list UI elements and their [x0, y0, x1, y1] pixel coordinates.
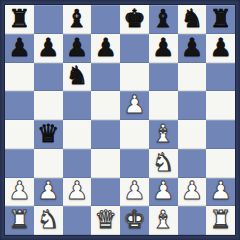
square-d8[interactable] [91, 5, 120, 34]
piece-black-knight: ♞ [181, 6, 203, 31]
square-f3[interactable]: ♞ [149, 149, 178, 178]
piece-white-pawn: ♟ [123, 92, 145, 117]
piece-white-knight: ♞ [152, 150, 174, 175]
square-b5[interactable] [34, 91, 63, 120]
square-g2[interactable]: ♟ [178, 178, 207, 207]
square-g8[interactable]: ♞ [178, 5, 207, 34]
square-d5[interactable] [91, 91, 120, 120]
square-c4[interactable] [63, 120, 92, 149]
square-b8[interactable] [34, 5, 63, 34]
square-d1[interactable]: ♛ [91, 206, 120, 235]
square-h7[interactable]: ♟ [206, 34, 235, 63]
square-d7[interactable]: ♟ [91, 34, 120, 63]
piece-white-pawn: ♟ [181, 178, 203, 203]
square-e8[interactable]: ♚ [120, 5, 149, 34]
piece-black-pawn: ♟ [37, 35, 59, 60]
square-d4[interactable] [91, 120, 120, 149]
square-f4[interactable]: ♝ [149, 120, 178, 149]
piece-white-bishop: ♝ [152, 121, 174, 146]
square-a5[interactable] [5, 91, 34, 120]
piece-white-pawn: ♟ [209, 178, 231, 203]
square-a7[interactable]: ♟ [5, 34, 34, 63]
square-c2[interactable]: ♟ [63, 178, 92, 207]
square-b4[interactable]: ♛ [34, 120, 63, 149]
piece-white-pawn: ♟ [8, 178, 30, 203]
piece-black-king: ♚ [123, 6, 145, 31]
square-f2[interactable]: ♟ [149, 178, 178, 207]
piece-black-bishop: ♝ [152, 6, 174, 31]
piece-black-bishop: ♝ [66, 6, 88, 31]
square-f1[interactable]: ♝ [149, 206, 178, 235]
square-e2[interactable]: ♟ [120, 178, 149, 207]
square-a3[interactable] [5, 149, 34, 178]
square-d6[interactable] [91, 63, 120, 92]
square-e3[interactable] [120, 149, 149, 178]
piece-white-rook: ♜ [8, 207, 30, 232]
board-frame: ♜♝♚♝♞♜♟♟♟♟♟♟♟♞♟♛♝♞♟♟♟♟♟♟♟♜♞♛♚♝♜ [0, 0, 240, 240]
square-b1[interactable]: ♞ [34, 206, 63, 235]
square-c5[interactable] [63, 91, 92, 120]
piece-black-pawn: ♟ [8, 35, 30, 60]
square-f5[interactable] [149, 91, 178, 120]
square-g4[interactable] [178, 120, 207, 149]
square-h8[interactable]: ♜ [206, 5, 235, 34]
square-c8[interactable]: ♝ [63, 5, 92, 34]
square-e4[interactable] [120, 120, 149, 149]
piece-black-pawn: ♟ [94, 35, 116, 60]
piece-black-pawn: ♟ [152, 35, 174, 60]
square-g1[interactable] [178, 206, 207, 235]
square-h4[interactable] [206, 120, 235, 149]
piece-black-rook: ♜ [209, 6, 231, 31]
square-h5[interactable] [206, 91, 235, 120]
square-h3[interactable] [206, 149, 235, 178]
chess-board: ♜♝♚♝♞♜♟♟♟♟♟♟♟♞♟♛♝♞♟♟♟♟♟♟♟♜♞♛♚♝♜ [5, 5, 235, 235]
piece-black-knight: ♞ [66, 63, 88, 88]
square-c3[interactable] [63, 149, 92, 178]
piece-black-pawn: ♟ [181, 35, 203, 60]
square-g6[interactable] [178, 63, 207, 92]
square-c7[interactable]: ♟ [63, 34, 92, 63]
piece-black-pawn: ♟ [66, 35, 88, 60]
square-h6[interactable] [206, 63, 235, 92]
square-g5[interactable] [178, 91, 207, 120]
piece-white-pawn: ♟ [37, 178, 59, 203]
square-c1[interactable] [63, 206, 92, 235]
square-a2[interactable]: ♟ [5, 178, 34, 207]
square-h2[interactable]: ♟ [206, 178, 235, 207]
piece-white-queen: ♛ [94, 207, 116, 232]
piece-white-pawn: ♟ [66, 178, 88, 203]
square-g7[interactable]: ♟ [178, 34, 207, 63]
square-a4[interactable] [5, 120, 34, 149]
piece-black-queen: ♛ [37, 121, 59, 146]
piece-white-rook: ♜ [209, 207, 231, 232]
square-d3[interactable] [91, 149, 120, 178]
piece-white-pawn: ♟ [152, 178, 174, 203]
square-a8[interactable]: ♜ [5, 5, 34, 34]
square-g3[interactable] [178, 149, 207, 178]
square-f7[interactable]: ♟ [149, 34, 178, 63]
square-a1[interactable]: ♜ [5, 206, 34, 235]
square-h1[interactable]: ♜ [206, 206, 235, 235]
piece-white-pawn: ♟ [123, 178, 145, 203]
square-e7[interactable] [120, 34, 149, 63]
square-b2[interactable]: ♟ [34, 178, 63, 207]
square-c6[interactable]: ♞ [63, 63, 92, 92]
square-f8[interactable]: ♝ [149, 5, 178, 34]
square-e6[interactable] [120, 63, 149, 92]
square-e5[interactable]: ♟ [120, 91, 149, 120]
square-e1[interactable]: ♚ [120, 206, 149, 235]
square-b7[interactable]: ♟ [34, 34, 63, 63]
square-a6[interactable] [5, 63, 34, 92]
square-b3[interactable] [34, 149, 63, 178]
square-f6[interactable] [149, 63, 178, 92]
piece-black-rook: ♜ [8, 6, 30, 31]
square-b6[interactable] [34, 63, 63, 92]
piece-black-pawn: ♟ [209, 35, 231, 60]
piece-white-king: ♚ [123, 207, 145, 232]
square-d2[interactable] [91, 178, 120, 207]
piece-white-knight: ♞ [37, 207, 59, 232]
piece-white-bishop: ♝ [152, 207, 174, 232]
